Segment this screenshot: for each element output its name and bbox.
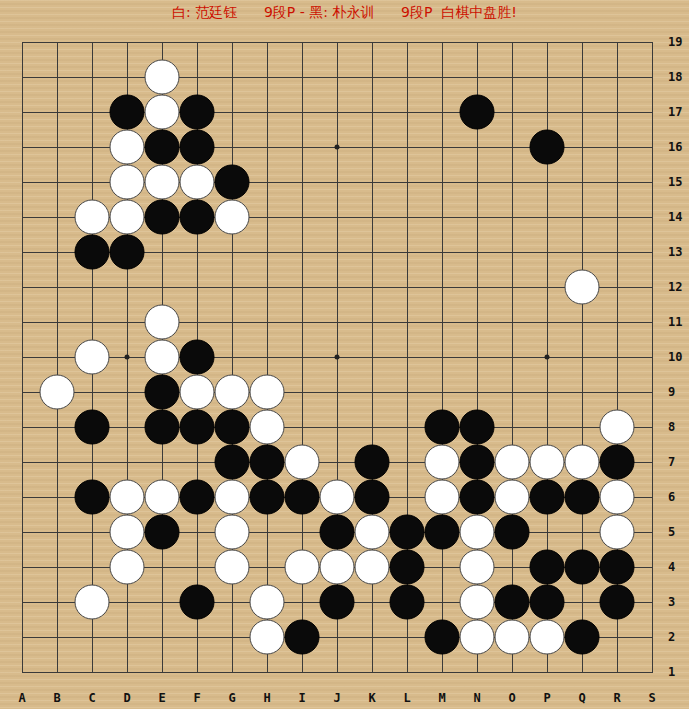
column-label: H: [255, 691, 279, 705]
white-stone: [110, 130, 145, 165]
column-label: F: [185, 691, 209, 705]
white-stone: [215, 550, 250, 585]
white-stone: [565, 445, 600, 480]
column-label: A: [10, 691, 34, 705]
white-stone: [250, 375, 285, 410]
row-label: 8: [668, 420, 689, 434]
white-stone: [215, 375, 250, 410]
black-stone: [460, 480, 495, 515]
white-stone: [215, 515, 250, 550]
black-stone: [110, 95, 145, 130]
black-stone: [530, 480, 565, 515]
black-stone: [495, 585, 530, 620]
column-label: B: [45, 691, 69, 705]
white-stone: [600, 480, 635, 515]
black-stone: [180, 200, 215, 235]
black-stone: [250, 480, 285, 515]
white-stone: [180, 165, 215, 200]
white-stone: [285, 445, 320, 480]
star-point: [335, 355, 340, 360]
black-stone: [75, 235, 110, 270]
black-stone: [390, 585, 425, 620]
column-label: G: [220, 691, 244, 705]
star-point: [545, 355, 550, 360]
star-point: [125, 355, 130, 360]
white-stone: [320, 550, 355, 585]
column-label: J: [325, 691, 349, 705]
black-stone: [425, 515, 460, 550]
white-stone: [40, 375, 75, 410]
row-label: 2: [668, 630, 689, 644]
black-stone: [180, 585, 215, 620]
white-stone: [600, 515, 635, 550]
black-stone: [215, 445, 250, 480]
white-stone: [250, 585, 285, 620]
white-stone: [250, 620, 285, 655]
white-stone: [250, 410, 285, 445]
black-stone: [75, 480, 110, 515]
black-stone: [600, 585, 635, 620]
black-stone: [145, 515, 180, 550]
white-stone: [110, 200, 145, 235]
row-label: 6: [668, 490, 689, 504]
white-stone: [145, 480, 180, 515]
black-stone: [600, 445, 635, 480]
row-label: 12: [668, 280, 689, 294]
white-stone: [495, 480, 530, 515]
white-stone: [145, 60, 180, 95]
black-stone: [250, 445, 285, 480]
row-label: 1: [668, 665, 689, 679]
column-label: P: [535, 691, 559, 705]
row-label: 14: [668, 210, 689, 224]
row-label: 4: [668, 560, 689, 574]
row-label: 13: [668, 245, 689, 259]
white-stone: [565, 270, 600, 305]
column-label: E: [150, 691, 174, 705]
black-stone: [180, 480, 215, 515]
row-label: 3: [668, 595, 689, 609]
white-stone: [75, 585, 110, 620]
black-stone: [180, 410, 215, 445]
black-stone: [320, 585, 355, 620]
row-label: 19: [668, 35, 689, 49]
black-stone: [530, 550, 565, 585]
black-stone: [215, 410, 250, 445]
white-stone: [110, 165, 145, 200]
white-stone: [285, 550, 320, 585]
black-stone: [145, 375, 180, 410]
white-stone: [460, 515, 495, 550]
white-stone: [145, 340, 180, 375]
row-label: 10: [668, 350, 689, 364]
black-stone: [285, 480, 320, 515]
white-stone: [215, 200, 250, 235]
white-stone: [110, 515, 145, 550]
white-stone: [355, 550, 390, 585]
black-stone: [495, 515, 530, 550]
black-stone: [285, 620, 320, 655]
black-stone: [600, 550, 635, 585]
white-stone: [425, 480, 460, 515]
black-stone: [460, 445, 495, 480]
white-stone: [145, 165, 180, 200]
column-label: K: [360, 691, 384, 705]
black-stone: [530, 130, 565, 165]
black-stone: [180, 340, 215, 375]
column-label: S: [640, 691, 664, 705]
column-label: L: [395, 691, 419, 705]
white-stone: [600, 410, 635, 445]
black-stone: [390, 515, 425, 550]
go-game-viewer: 白: 范廷钰 9段P - 黑: 朴永训 9段P 白棋中盘胜! ABCDEFGHI…: [0, 0, 689, 709]
row-label: 16: [668, 140, 689, 154]
black-stone: [110, 235, 145, 270]
black-stone: [75, 410, 110, 445]
white-stone: [110, 480, 145, 515]
black-stone: [565, 550, 600, 585]
black-stone: [425, 620, 460, 655]
black-stone: [320, 515, 355, 550]
black-stone: [425, 410, 460, 445]
row-label: 17: [668, 105, 689, 119]
column-label: N: [465, 691, 489, 705]
white-stone: [425, 445, 460, 480]
white-stone: [75, 340, 110, 375]
column-label: Q: [570, 691, 594, 705]
black-stone: [145, 410, 180, 445]
white-stone: [530, 620, 565, 655]
row-label: 11: [668, 315, 689, 329]
black-stone: [565, 620, 600, 655]
black-stone: [530, 585, 565, 620]
white-stone: [110, 550, 145, 585]
white-stone: [355, 515, 390, 550]
white-stone: [75, 200, 110, 235]
white-stone: [460, 550, 495, 585]
white-stone: [145, 95, 180, 130]
row-label: 5: [668, 525, 689, 539]
game-title: 白: 范廷钰 9段P - 黑: 朴永训 9段P 白棋中盘胜!: [0, 4, 689, 22]
black-stone: [180, 130, 215, 165]
row-label: 18: [668, 70, 689, 84]
black-stone: [355, 445, 390, 480]
row-label: 9: [668, 385, 689, 399]
black-stone: [145, 130, 180, 165]
white-stone: [530, 445, 565, 480]
white-stone: [495, 445, 530, 480]
black-stone: [460, 410, 495, 445]
column-label: I: [290, 691, 314, 705]
column-label: C: [80, 691, 104, 705]
column-label: M: [430, 691, 454, 705]
black-stone: [390, 550, 425, 585]
white-stone: [460, 620, 495, 655]
white-stone: [215, 480, 250, 515]
black-stone: [145, 200, 180, 235]
star-point: [335, 145, 340, 150]
row-label: 7: [668, 455, 689, 469]
column-label: D: [115, 691, 139, 705]
white-stone: [495, 620, 530, 655]
black-stone: [565, 480, 600, 515]
column-label: R: [605, 691, 629, 705]
column-label: O: [500, 691, 524, 705]
white-stone: [145, 305, 180, 340]
white-stone: [180, 375, 215, 410]
black-stone: [355, 480, 390, 515]
black-stone: [180, 95, 215, 130]
black-stone: [215, 165, 250, 200]
white-stone: [320, 480, 355, 515]
row-label: 15: [668, 175, 689, 189]
black-stone: [460, 95, 495, 130]
white-stone: [460, 585, 495, 620]
